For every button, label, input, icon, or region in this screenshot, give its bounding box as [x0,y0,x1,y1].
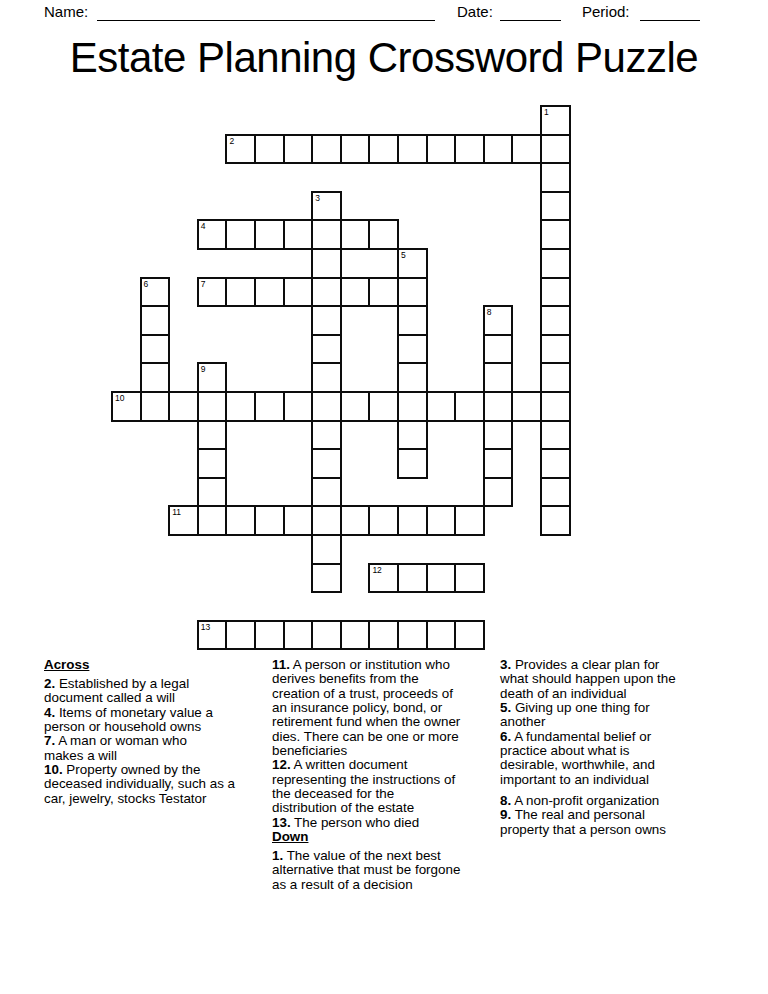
cell-number-3: 3 [315,194,320,203]
crossword-cell-r6c6[interactable] [283,277,314,308]
crossword-cell-r6c1[interactable]: 6 [140,277,171,308]
crossword-cell-r5c7[interactable] [311,248,342,279]
crossword-cell-r9c7[interactable] [311,362,342,393]
clue-down-5: 5. Giving up one thing foranother [500,701,726,730]
cell-number-1: 1 [544,108,549,117]
crossword-cell-r14c12[interactable] [454,505,485,536]
cell-number-9: 9 [201,365,206,374]
crossword-cell-r18c8[interactable] [340,620,371,651]
crossword-cell-r10c5[interactable] [254,391,285,422]
crossword-cell-r1c9[interactable] [368,134,399,165]
across-clues-header: Across [44,658,270,672]
crossword-cell-r14c5[interactable] [254,505,285,536]
crossword-cell-r18c12[interactable] [454,620,485,651]
crossword-cell-r13c3[interactable] [197,477,228,508]
name-blank-line[interactable] [97,4,435,21]
crossword-cell-r12c10[interactable] [397,448,428,479]
crossword-cell-r14c3[interactable] [197,505,228,536]
crossword-cell-r18c10[interactable] [397,620,428,651]
clue-across-12: 12. A written documentrepresenting the i… [272,758,498,815]
crossword-cell-r3c7[interactable]: 3 [311,191,342,222]
clue-down-9: 9. The real and personalproperty that a … [500,808,726,837]
clue-column-1: Across2. Established by a legaldocument … [44,658,270,806]
crossword-cell-r4c6[interactable] [283,219,314,250]
down-clues-header: Down [272,830,498,844]
crossword-cell-r7c10[interactable] [397,305,428,336]
crossword-cell-r16c10[interactable] [397,563,428,594]
crossword-cell-r10c4[interactable] [225,391,256,422]
crossword-cell-r1c15[interactable] [540,134,571,165]
clue-across-7: 7. A man or woman whomakes a will [44,734,270,763]
cell-number-6: 6 [144,280,149,289]
name-label: Name: [44,3,88,20]
crossword-cell-r1c14[interactable] [511,134,542,165]
date-blank-line[interactable] [500,4,561,21]
crossword-cell-r10c15[interactable] [540,391,571,422]
crossword-cell-r10c9[interactable] [368,391,399,422]
crossword-cell-r18c6[interactable] [283,620,314,651]
crossword-cell-r10c8[interactable] [340,391,371,422]
crossword-cell-r14c15[interactable] [540,505,571,536]
clue-down-8: 8. A non-profit organization [500,794,726,808]
crossword-cell-r18c3[interactable]: 13 [197,620,228,651]
cell-number-12: 12 [372,566,381,575]
crossword-cell-r7c13[interactable]: 8 [483,305,514,336]
crossword-cell-r5c15[interactable] [540,248,571,279]
cell-number-2: 2 [229,137,234,146]
clue-number: 7. [44,733,55,748]
crossword-cell-r1c12[interactable] [454,134,485,165]
clue-number: 4. [44,705,55,720]
crossword-cell-r1c6[interactable] [283,134,314,165]
worksheet-page: Name: Date: Period: Estate Planning Cros… [0,0,768,994]
crossword-cell-r4c5[interactable] [254,219,285,250]
crossword-cell-r6c8[interactable] [340,277,371,308]
crossword-cell-r10c10[interactable] [397,391,428,422]
crossword-cell-r1c11[interactable] [426,134,457,165]
crossword-cell-r1c4[interactable]: 2 [225,134,256,165]
crossword-cell-r10c2[interactable] [168,391,199,422]
crossword-cell-r10c6[interactable] [283,391,314,422]
crossword-cell-r14c7[interactable] [311,505,342,536]
crossword-cell-r18c7[interactable] [311,620,342,651]
clue-across-13: 13. The person who died [272,816,498,830]
crossword-cell-r10c14[interactable] [511,391,542,422]
crossword-cell-r8c15[interactable] [540,334,571,365]
clue-number: 8. [500,793,511,808]
crossword-cell-r14c4[interactable] [225,505,256,536]
clue-number: 6. [500,729,511,744]
clue-across-10: 10. Property owned by thedeceased indivi… [44,763,270,806]
crossword-cell-r14c6[interactable] [283,505,314,536]
crossword-cell-r9c3[interactable]: 9 [197,362,228,393]
crossword-cell-r5c10[interactable]: 5 [397,248,428,279]
crossword-cell-r6c4[interactable] [225,277,256,308]
crossword-cell-r4c3[interactable]: 4 [197,219,228,250]
crossword-cell-r10c13[interactable] [483,391,514,422]
crossword-cell-r9c1[interactable] [140,362,171,393]
crossword-cell-r12c15[interactable] [540,448,571,479]
crossword-cell-r10c12[interactable] [454,391,485,422]
crossword-cell-r6c3[interactable]: 7 [197,277,228,308]
clue-number: 9. [500,807,511,822]
clue-column-3: 3. Provides a clear plan forwhat should … [500,658,726,837]
crossword-cell-r1c7[interactable] [311,134,342,165]
crossword-cell-r6c7[interactable] [311,277,342,308]
crossword-cell-r18c5[interactable] [254,620,285,651]
crossword-cell-r12c13[interactable] [483,448,514,479]
cell-number-13: 13 [201,623,210,632]
clue-column-2: 11. A person or institution whoderives b… [272,658,498,892]
crossword-cell-r15c7[interactable] [311,534,342,565]
crossword-cell-r16c12[interactable] [454,563,485,594]
crossword-cell-r16c11[interactable] [426,563,457,594]
crossword-cell-r7c1[interactable] [140,305,171,336]
crossword-cell-r12c3[interactable] [197,448,228,479]
crossword-cell-r9c10[interactable] [397,362,428,393]
crossword-cell-r1c8[interactable] [340,134,371,165]
crossword-cell-r1c5[interactable] [254,134,285,165]
crossword-cell-r14c9[interactable] [368,505,399,536]
page-title: Estate Planning Crossword Puzzle [0,34,768,82]
crossword-cell-r6c9[interactable] [368,277,399,308]
crossword-cell-r10c0[interactable]: 10 [111,391,142,422]
crossword-cell-r3c15[interactable] [540,191,571,222]
crossword-cell-r10c1[interactable] [140,391,171,422]
crossword-cell-r14c10[interactable] [397,505,428,536]
crossword-cell-r8c1[interactable] [140,334,171,365]
crossword-cell-r8c7[interactable] [311,334,342,365]
cell-number-5: 5 [401,251,406,260]
clue-across-2: 2. Established by a legaldocument called… [44,677,270,706]
clue-across-4: 4. Items of monetary value aperson or ho… [44,706,270,735]
crossword-cell-r6c10[interactable] [397,277,428,308]
crossword-cell-r7c15[interactable] [540,305,571,336]
crossword-cell-r0c15[interactable]: 1 [540,105,571,136]
crossword-cell-r4c4[interactable] [225,219,256,250]
crossword-cell-r8c10[interactable] [397,334,428,365]
crossword-cell-r16c9[interactable]: 12 [368,563,399,594]
clue-number: 3. [500,657,511,672]
crossword-cell-r14c8[interactable] [340,505,371,536]
clue-number: 2. [44,676,55,691]
clue-across-11: 11. A person or institution whoderives b… [272,658,498,758]
crossword-cell-r4c15[interactable] [540,219,571,250]
clue-number: 10. [44,762,63,777]
crossword-cell-r9c13[interactable] [483,362,514,393]
cell-number-7: 7 [201,280,206,289]
crossword-cell-r11c10[interactable] [397,420,428,451]
crossword-cell-r14c2[interactable]: 11 [168,505,199,536]
clue-number: 11. [272,657,290,672]
crossword-cell-r4c8[interactable] [340,219,371,250]
crossword-cell-r1c10[interactable] [397,134,428,165]
crossword-cell-r16c7[interactable] [311,563,342,594]
clue-number: 13. [272,815,291,830]
crossword-cell-r10c11[interactable] [426,391,457,422]
crossword-cell-r4c9[interactable] [368,219,399,250]
crossword-cell-r18c11[interactable] [426,620,457,651]
clue-number: 1. [272,848,283,863]
crossword-cell-r6c15[interactable] [540,277,571,308]
crossword-cell-r7c7[interactable] [311,305,342,336]
crossword-cell-r10c3[interactable] [197,391,228,422]
crossword-cell-r1c13[interactable] [483,134,514,165]
crossword-cell-r4c7[interactable] [311,219,342,250]
crossword-cell-r18c9[interactable] [368,620,399,651]
period-label: Period: [582,3,630,20]
crossword-cell-r11c7[interactable] [311,420,342,451]
date-label: Date: [457,3,493,20]
crossword-cell-r8c13[interactable] [483,334,514,365]
crossword-cell-r11c15[interactable] [540,420,571,451]
crossword-cell-r11c3[interactable] [197,420,228,451]
period-blank-line[interactable] [640,4,700,21]
crossword-cell-r6c5[interactable] [254,277,285,308]
crossword-cell-r18c4[interactable] [225,620,256,651]
crossword-cell-r2c15[interactable] [540,162,571,193]
clue-down-1: 1. The value of the next bestalternative… [272,849,498,892]
cell-number-8: 8 [487,308,492,317]
cell-number-10: 10 [115,394,124,403]
crossword-cell-r13c13[interactable] [483,477,514,508]
crossword-cell-r9c15[interactable] [540,362,571,393]
crossword-cell-r14c11[interactable] [426,505,457,536]
clue-number: 5. [500,700,511,715]
crossword-cell-r10c7[interactable] [311,391,342,422]
crossword-cell-r11c13[interactable] [483,420,514,451]
cell-number-4: 4 [201,222,206,231]
clue-number: 12. [272,757,291,772]
clue-down-3: 3. Provides a clear plan forwhat should … [500,658,726,701]
crossword-cell-r13c15[interactable] [540,477,571,508]
cell-number-11: 11 [172,508,181,517]
clue-down-6: 6. A fundamental belief orpractice about… [500,730,726,787]
crossword-cell-r12c7[interactable] [311,448,342,479]
crossword-cell-r13c7[interactable] [311,477,342,508]
